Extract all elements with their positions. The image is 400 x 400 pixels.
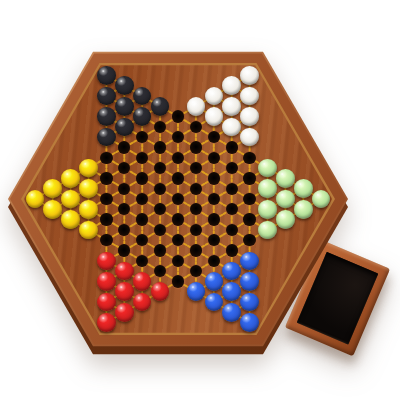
marble-red[interactable]: [133, 272, 152, 291]
marble-blue[interactable]: [240, 313, 259, 332]
board-hole[interactable]: [190, 224, 202, 236]
marble-black[interactable]: [133, 107, 152, 126]
board-hole[interactable]: [226, 183, 238, 195]
board-hole[interactable]: [172, 131, 184, 143]
marble-black[interactable]: [115, 76, 134, 95]
board-hole[interactable]: [243, 172, 255, 184]
marble-white[interactable]: [240, 87, 259, 106]
board-hole[interactable]: [172, 172, 184, 184]
marble-red[interactable]: [97, 252, 116, 271]
board-hole[interactable]: [154, 141, 166, 153]
board-hole[interactable]: [154, 162, 166, 174]
board-hole[interactable]: [154, 244, 166, 256]
marble-red[interactable]: [115, 282, 134, 301]
board-hole[interactable]: [190, 244, 202, 256]
board-hole[interactable]: [172, 234, 184, 246]
board-hole[interactable]: [226, 203, 238, 215]
product-photo-stage: Chinese checkers: [0, 0, 400, 400]
marble-black[interactable]: [115, 118, 134, 137]
board-hole[interactable]: [172, 275, 184, 287]
board-hole[interactable]: [118, 203, 130, 215]
board-hole[interactable]: [208, 213, 220, 225]
board-hole[interactable]: [190, 183, 202, 195]
board-hole[interactable]: [208, 131, 220, 143]
board-hole[interactable]: [154, 121, 166, 133]
marble-red[interactable]: [97, 313, 116, 332]
board-hole[interactable]: [136, 172, 148, 184]
board-hole[interactable]: [172, 110, 184, 122]
board-hole[interactable]: [190, 121, 202, 133]
board-hole[interactable]: [226, 244, 238, 256]
board-hole[interactable]: [100, 234, 112, 246]
marble-yellow[interactable]: [43, 179, 62, 198]
marble-white[interactable]: [222, 97, 241, 116]
board-hole[interactable]: [226, 224, 238, 236]
marble-white[interactable]: [240, 128, 259, 147]
marble-blue[interactable]: [205, 293, 224, 312]
board-hole[interactable]: [136, 131, 148, 143]
marble-yellow[interactable]: [79, 221, 98, 240]
marble-green[interactable]: [258, 179, 277, 198]
board-hole[interactable]: [190, 141, 202, 153]
marble-red[interactable]: [151, 282, 170, 301]
board-hole[interactable]: [243, 193, 255, 205]
board-hole[interactable]: [136, 213, 148, 225]
marble-green[interactable]: [276, 210, 295, 229]
board-hole[interactable]: [100, 213, 112, 225]
marble-green[interactable]: [276, 169, 295, 188]
board-hole[interactable]: [136, 152, 148, 164]
board-hole[interactable]: [154, 224, 166, 236]
marble-blue[interactable]: [240, 252, 259, 271]
board-hole[interactable]: [208, 172, 220, 184]
marble-yellow[interactable]: [26, 190, 45, 209]
marble-yellow[interactable]: [61, 190, 80, 209]
board-hole[interactable]: [226, 141, 238, 153]
marble-black[interactable]: [151, 97, 170, 116]
marble-green[interactable]: [258, 221, 277, 240]
board-hole[interactable]: [118, 183, 130, 195]
board-hole[interactable]: [190, 265, 202, 277]
marble-red[interactable]: [133, 293, 152, 312]
marble-yellow[interactable]: [61, 169, 80, 188]
marble-blue[interactable]: [222, 262, 241, 281]
board-hole[interactable]: [136, 255, 148, 267]
marble-white[interactable]: [222, 76, 241, 95]
marble-red[interactable]: [115, 303, 134, 322]
marble-black[interactable]: [97, 128, 116, 147]
board-hole[interactable]: [208, 152, 220, 164]
marble-white[interactable]: [187, 97, 206, 116]
board-hole[interactable]: [100, 152, 112, 164]
marble-yellow[interactable]: [61, 210, 80, 229]
board-hole[interactable]: [154, 265, 166, 277]
marble-black[interactable]: [115, 97, 134, 116]
board-hole[interactable]: [172, 255, 184, 267]
marble-green[interactable]: [294, 179, 313, 198]
board-hole[interactable]: [118, 224, 130, 236]
marble-blue[interactable]: [222, 303, 241, 322]
marble-green[interactable]: [312, 190, 331, 209]
board-hole[interactable]: [136, 234, 148, 246]
marble-red[interactable]: [115, 262, 134, 281]
marble-green[interactable]: [276, 190, 295, 209]
board-hole[interactable]: [118, 141, 130, 153]
marble-blue[interactable]: [222, 282, 241, 301]
board-hole[interactable]: [243, 213, 255, 225]
board-hole[interactable]: [136, 193, 148, 205]
marble-blue[interactable]: [187, 282, 206, 301]
marble-black[interactable]: [97, 87, 116, 106]
board-hole[interactable]: [190, 162, 202, 174]
board-hole[interactable]: [208, 234, 220, 246]
marble-green[interactable]: [258, 159, 277, 178]
board-hole[interactable]: [118, 162, 130, 174]
marble-black[interactable]: [97, 107, 116, 126]
board-hole[interactable]: [100, 193, 112, 205]
marble-white[interactable]: [205, 87, 224, 106]
marble-yellow[interactable]: [79, 200, 98, 219]
board-hole[interactable]: [208, 193, 220, 205]
board-hole[interactable]: [118, 244, 130, 256]
board-hole[interactable]: [154, 203, 166, 215]
marble-white[interactable]: [240, 107, 259, 126]
marble-white[interactable]: [222, 118, 241, 137]
marble-red[interactable]: [97, 293, 116, 312]
board-hole[interactable]: [190, 203, 202, 215]
marble-white[interactable]: [205, 107, 224, 126]
marble-yellow[interactable]: [79, 179, 98, 198]
marble-green[interactable]: [258, 200, 277, 219]
marble-blue[interactable]: [240, 293, 259, 312]
marble-black[interactable]: [133, 87, 152, 106]
marble-blue[interactable]: [240, 272, 259, 291]
board-hole[interactable]: [172, 193, 184, 205]
board-hole[interactable]: [243, 152, 255, 164]
marble-yellow[interactable]: [43, 200, 62, 219]
board-hole[interactable]: [154, 183, 166, 195]
scene: [0, 0, 400, 400]
board-hole[interactable]: [208, 255, 220, 267]
chinese-checkers-board: [0, 0, 400, 400]
marble-red[interactable]: [97, 272, 116, 291]
board-hole[interactable]: [226, 162, 238, 174]
board-hole[interactable]: [100, 172, 112, 184]
marble-black[interactable]: [97, 66, 116, 85]
marble-blue[interactable]: [205, 272, 224, 291]
board-hole[interactable]: [243, 234, 255, 246]
marble-yellow[interactable]: [79, 159, 98, 178]
marble-white[interactable]: [240, 66, 259, 85]
board-hole[interactable]: [172, 213, 184, 225]
marble-green[interactable]: [294, 200, 313, 219]
board-hole[interactable]: [172, 152, 184, 164]
